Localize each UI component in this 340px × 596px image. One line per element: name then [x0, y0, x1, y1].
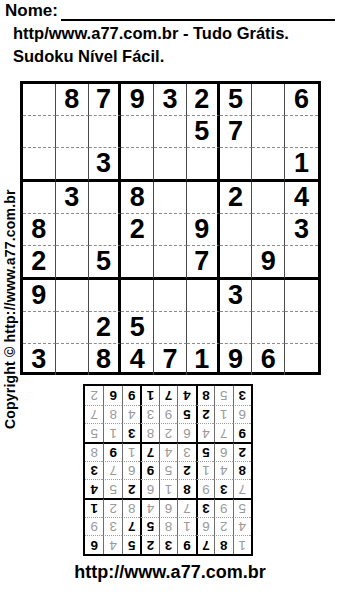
puzzle-cell-r6c9[interactable] — [285, 246, 318, 280]
solution-cell-r6c5: 4 — [159, 442, 177, 461]
solution-cell-r5c7: 6 — [122, 461, 140, 480]
solution-cell-r7c4: 6 — [177, 423, 195, 442]
puzzle-cell-r3c2[interactable] — [56, 148, 89, 182]
solution-cell-r3c5: 6 — [159, 498, 177, 517]
solution-cell-r5c4: 2 — [177, 461, 195, 480]
solution-cell-r7c9: 5 — [85, 423, 103, 442]
solution-cell-r1c1: 1 — [233, 535, 251, 554]
solution-cell-r1c8: 4 — [103, 535, 121, 554]
solution-cell-r9c3: 8 — [196, 386, 214, 405]
footer-url: http://www.a77.com.br — [0, 562, 340, 583]
solution-cell-r4c9: 4 — [85, 479, 103, 498]
solution-cell-r7c5: 2 — [159, 423, 177, 442]
puzzle-cell-r8c1[interactable] — [23, 312, 56, 344]
puzzle-cell-r8c9[interactable] — [285, 312, 318, 344]
puzzle-cell-r7c2[interactable] — [56, 280, 89, 312]
puzzle-cell-r1c2: 8 — [56, 84, 89, 116]
solution-cell-r3c7: 8 — [122, 498, 140, 517]
puzzle-cell-r3c1[interactable] — [23, 148, 56, 182]
puzzle-cell-r6c4[interactable] — [121, 246, 154, 280]
solution-cell-r1c3: 7 — [196, 535, 214, 554]
puzzle-cell-r7c9[interactable] — [285, 280, 318, 312]
puzzle-cell-r4c1[interactable] — [23, 182, 56, 214]
solution-cell-r4c1: 7 — [233, 479, 251, 498]
puzzle-cell-r3c5[interactable] — [154, 148, 187, 182]
puzzle-cell-r4c2: 3 — [56, 182, 89, 214]
puzzle-cell-r1c6: 2 — [187, 84, 220, 116]
solution-cell-r2c4: 1 — [177, 517, 195, 536]
puzzle-cell-r8c3: 2 — [89, 312, 122, 344]
puzzle-cell-r2c8[interactable] — [252, 116, 285, 148]
solution-cell-r8c5: 9 — [159, 405, 177, 424]
solution-cell-r1c2: 8 — [214, 535, 232, 554]
puzzle-cell-r5c5[interactable] — [154, 214, 187, 246]
puzzle-cell-r7c1: 9 — [23, 280, 56, 312]
puzzle-cell-r8c8[interactable] — [252, 312, 285, 344]
puzzle-cell-r5c9: 3 — [285, 214, 318, 246]
solution-cell-r8c2: 1 — [214, 405, 232, 424]
puzzle-cell-r8c7[interactable] — [220, 312, 253, 344]
solution-cell-r5c6: 9 — [140, 461, 158, 480]
puzzle-cell-r7c4[interactable] — [121, 280, 154, 312]
solution-cell-r3c2: 9 — [214, 498, 232, 517]
solution-cell-r8c3: 2 — [196, 405, 214, 424]
puzzle-cell-r2c9[interactable] — [285, 116, 318, 148]
solution-cell-r2c7: 7 — [122, 517, 140, 536]
puzzle-cell-r5c1: 8 — [23, 214, 56, 246]
solution-cell-r1c7: 5 — [122, 535, 140, 554]
puzzle-cell-r4c3[interactable] — [89, 182, 122, 214]
solution-cell-r7c2: 7 — [214, 423, 232, 442]
puzzle-cell-r9c3: 8 — [89, 344, 122, 375]
solution-cell-r9c2: 5 — [214, 386, 232, 405]
solution-cell-r8c8: 8 — [103, 405, 121, 424]
solution-cell-r7c6: 8 — [140, 423, 158, 442]
solution-cell-r4c7: 2 — [122, 479, 140, 498]
solution-cell-r3c1: 5 — [233, 498, 251, 517]
puzzle-cell-r3c4[interactable] — [121, 148, 154, 182]
solution-cell-r8c9: 7 — [85, 405, 103, 424]
puzzle-cell-r3c6[interactable] — [187, 148, 220, 182]
solution-cell-r1c6: 2 — [140, 535, 158, 554]
solution-cell-r6c4: 3 — [177, 442, 195, 461]
solution-cell-r7c7: 3 — [122, 423, 140, 442]
puzzle-cell-r8c6[interactable] — [187, 312, 220, 344]
solution-cell-r5c3: 1 — [196, 461, 214, 480]
puzzle-cell-r3c8[interactable] — [252, 148, 285, 182]
puzzle-cell-r9c9[interactable] — [285, 344, 318, 375]
solution-cell-r8c7: 4 — [122, 405, 140, 424]
name-label: Nome: — [5, 1, 58, 21]
solution-cell-r2c3: 6 — [196, 517, 214, 536]
puzzle-cell-r9c5: 7 — [154, 344, 187, 375]
solution-cell-r8c4: 5 — [177, 405, 195, 424]
puzzle-cell-r6c6: 7 — [187, 246, 220, 280]
solution-cell-r1c5: 3 — [159, 535, 177, 554]
solution-cell-r6c9: 8 — [85, 442, 103, 461]
puzzle-cell-r2c3[interactable] — [89, 116, 122, 148]
puzzle-cell-r6c1: 2 — [23, 246, 56, 280]
puzzle-cell-r4c5[interactable] — [154, 182, 187, 214]
puzzle-cell-r2c5[interactable] — [154, 116, 187, 148]
puzzle-cell-r2c4[interactable] — [121, 116, 154, 148]
solution-cell-r2c6: 5 — [140, 517, 158, 536]
puzzle-cell-r1c1[interactable] — [23, 84, 56, 116]
puzzle-cell-r2c7: 7 — [220, 116, 253, 148]
name-row: Nome: — [5, 1, 335, 21]
solution-cell-r4c2: 3 — [214, 479, 232, 498]
solution-cell-r6c3: 5 — [196, 442, 214, 461]
sudoku-grid: 8793256573138248293257993253847196 — [20, 81, 321, 375]
solution-cell-r5c9: 3 — [85, 461, 103, 480]
puzzle-cell-r9c2[interactable] — [56, 344, 89, 375]
solution-cell-r6c8: 9 — [103, 442, 121, 461]
puzzle-cell-r3c9: 1 — [285, 148, 318, 182]
solution-cell-r3c3: 3 — [196, 498, 214, 517]
puzzle-cell-r9c8: 6 — [252, 344, 285, 375]
puzzle-cell-r9c7: 9 — [220, 344, 253, 375]
solution-cell-r7c1: 9 — [233, 423, 251, 442]
puzzle-cell-r6c7[interactable] — [220, 246, 253, 280]
solution-cell-r9c4: 4 — [177, 386, 195, 405]
copyright-vertical-text: Copyright © http://www.a77.com.br — [2, 189, 18, 429]
puzzle-cell-r9c1: 3 — [23, 344, 56, 375]
solution-cell-r9c8: 6 — [103, 386, 121, 405]
solution-cell-r2c2: 2 — [214, 517, 232, 536]
solution-cell-r1c9: 6 — [85, 535, 103, 554]
puzzle-cell-r1c5: 3 — [154, 84, 187, 116]
puzzle-cell-r7c7: 3 — [220, 280, 253, 312]
solution-cell-r5c5: 5 — [159, 461, 177, 480]
puzzle-cell-r6c8: 9 — [252, 246, 285, 280]
puzzle-cell-r6c5[interactable] — [154, 246, 187, 280]
difficulty-title: Sudoku Nível Fácil. — [13, 46, 335, 67]
site-title: http/www.a77.com.br - Tudo Grátis. — [13, 23, 335, 44]
solution-cell-r9c9: 2 — [85, 386, 103, 405]
solution-cell-r9c1: 3 — [233, 386, 251, 405]
puzzle-cell-r8c5[interactable] — [154, 312, 187, 344]
solution-cell-r2c1: 4 — [233, 517, 251, 536]
solution-cell-r2c9: 9 — [85, 517, 103, 536]
puzzle-cell-r4c8[interactable] — [252, 182, 285, 214]
puzzle-cell-r1c9: 6 — [285, 84, 318, 116]
solution-cell-r4c4: 8 — [177, 479, 195, 498]
puzzle-cell-r7c3[interactable] — [89, 280, 122, 312]
puzzle-cell-r9c6: 1 — [187, 344, 220, 375]
name-blank-line — [61, 3, 335, 21]
solution-cell-r8c1: 6 — [233, 405, 251, 424]
puzzle-cell-r5c4: 2 — [121, 214, 154, 246]
puzzle-cell-r7c6[interactable] — [187, 280, 220, 312]
puzzle-cell-r4c6[interactable] — [187, 182, 220, 214]
solution-cell-r2c8: 3 — [103, 517, 121, 536]
puzzle-cell-r5c2[interactable] — [56, 214, 89, 246]
solution-cell-r4c8: 5 — [103, 479, 121, 498]
puzzle-cell-r6c2[interactable] — [56, 246, 89, 280]
solution-cell-r9c7: 9 — [122, 386, 140, 405]
puzzle-cell-r4c9: 4 — [285, 182, 318, 214]
solution-cell-r5c1: 8 — [233, 461, 251, 480]
puzzle-cell-r5c3[interactable] — [89, 214, 122, 246]
solution-cell-r8c6: 3 — [140, 405, 158, 424]
solution-cell-r9c6: 1 — [140, 386, 158, 405]
solution-cell-r1c4: 9 — [177, 535, 195, 554]
puzzle-cell-r3c3: 3 — [89, 148, 122, 182]
puzzle-cell-r5c7[interactable] — [220, 214, 253, 246]
solution-cell-r3c6: 4 — [140, 498, 158, 517]
solution-cell-r6c1: 2 — [233, 442, 251, 461]
sudoku-worksheet-page: Nome: http/www.a77.com.br - Tudo Grátis.… — [0, 0, 340, 596]
puzzle-cell-r5c6: 9 — [187, 214, 220, 246]
puzzle-cell-r3c7[interactable] — [220, 148, 253, 182]
solution-cell-r9c5: 7 — [159, 386, 177, 405]
puzzle-cell-r9c4: 4 — [121, 344, 154, 375]
solution-cell-r5c2: 4 — [214, 461, 232, 480]
solution-cell-r4c6: 6 — [140, 479, 158, 498]
solution-cell-r6c2: 6 — [214, 442, 232, 461]
puzzle-cell-r4c7: 2 — [220, 182, 253, 214]
puzzle-cell-r7c8[interactable] — [252, 280, 285, 312]
puzzle-cell-r1c3: 7 — [89, 84, 122, 116]
solution-cell-r5c8: 7 — [103, 461, 121, 480]
puzzle-cell-r2c1[interactable] — [23, 116, 56, 148]
puzzle-cell-r1c7: 5 — [220, 84, 253, 116]
solution-cell-r3c8: 2 — [103, 498, 121, 517]
solution-cell-r6c6: 7 — [140, 442, 158, 461]
puzzle-cell-r5c8[interactable] — [252, 214, 285, 246]
solution-cell-r3c4: 7 — [177, 498, 195, 517]
puzzle-cell-r2c6: 5 — [187, 116, 220, 148]
puzzle-cell-r1c4: 9 — [121, 84, 154, 116]
solution-cell-r4c3: 9 — [196, 479, 214, 498]
solution-cell-r7c8: 1 — [103, 423, 121, 442]
solution-cell-r6c7: 1 — [122, 442, 140, 461]
puzzle-cell-r4c4: 8 — [121, 182, 154, 214]
puzzle-cell-r8c2[interactable] — [56, 312, 89, 344]
page-header: Nome: http/www.a77.com.br - Tudo Grátis.… — [5, 1, 335, 67]
puzzle-cell-r6c3: 5 — [89, 246, 122, 280]
solution-grid: 1879325464261857395937648217398162548412… — [83, 384, 253, 556]
puzzle-cell-r1c8[interactable] — [252, 84, 285, 116]
solution-cell-r7c3: 4 — [196, 423, 214, 442]
puzzle-cell-r7c5[interactable] — [154, 280, 187, 312]
puzzle-cell-r2c2[interactable] — [56, 116, 89, 148]
solution-cell-r4c5: 1 — [159, 479, 177, 498]
solution-cell-r3c9: 1 — [85, 498, 103, 517]
puzzle-cell-r8c4: 5 — [121, 312, 154, 344]
solution-cell-r2c5: 8 — [159, 517, 177, 536]
